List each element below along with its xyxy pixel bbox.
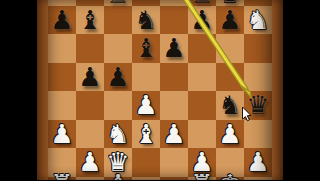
square-d4[interactable]: ♟	[132, 91, 160, 120]
piece-black-bishop[interactable]: ♝	[134, 35, 157, 61]
square-d6[interactable]: ♝	[132, 34, 160, 63]
square-a1[interactable]: ♜	[48, 177, 76, 181]
piece-white-king[interactable]: ♚	[218, 171, 241, 180]
square-g7[interactable]: ♟	[216, 6, 244, 35]
square-b1[interactable]	[76, 177, 104, 181]
square-h7[interactable]: ♞	[244, 6, 272, 35]
square-b2[interactable]: ♟	[76, 148, 104, 177]
square-a5[interactable]	[48, 63, 76, 92]
square-c8[interactable]: ♜	[104, 0, 132, 6]
piece-white-pawn[interactable]: ♟	[218, 121, 241, 147]
square-f7[interactable]: ♟	[188, 6, 216, 35]
square-f4[interactable]	[188, 91, 216, 120]
square-f3[interactable]	[188, 120, 216, 149]
square-h5[interactable]	[244, 63, 272, 92]
piece-white-pawn[interactable]: ♟	[246, 149, 269, 175]
square-e3[interactable]: ♟	[160, 120, 188, 149]
square-d3[interactable]: ♝	[132, 120, 160, 149]
square-h4[interactable]: ♛	[244, 91, 272, 120]
square-f8[interactable]: ♜	[188, 0, 216, 6]
square-e2[interactable]	[160, 148, 188, 177]
piece-black-pawn[interactable]: ♟	[78, 64, 101, 90]
square-b5[interactable]: ♟	[76, 63, 104, 92]
square-e7[interactable]	[160, 6, 188, 35]
square-c7[interactable]	[104, 6, 132, 35]
square-g1[interactable]: ♚	[216, 177, 244, 181]
piece-white-bishop[interactable]: ♝	[134, 121, 157, 147]
piece-black-rook[interactable]: ♜	[106, 0, 129, 7]
piece-black-knight[interactable]: ♞	[134, 7, 157, 33]
square-f1[interactable]: ♜	[188, 177, 216, 181]
square-h2[interactable]: ♟	[244, 148, 272, 177]
piece-black-rook[interactable]: ♜	[190, 0, 213, 7]
square-d5[interactable]	[132, 63, 160, 92]
piece-white-knight[interactable]: ♞	[106, 121, 129, 147]
square-h6[interactable]	[244, 34, 272, 63]
square-h1[interactable]	[244, 177, 272, 181]
square-f5[interactable]	[188, 63, 216, 92]
square-g6[interactable]	[216, 34, 244, 63]
square-h3[interactable]	[244, 120, 272, 149]
square-e4[interactable]	[160, 91, 188, 120]
piece-black-bishop[interactable]: ♝	[78, 7, 101, 33]
square-g4[interactable]: ♞	[216, 91, 244, 120]
square-e1[interactable]	[160, 177, 188, 181]
piece-black-pawn[interactable]: ♟	[50, 7, 73, 33]
square-b3[interactable]	[76, 120, 104, 149]
square-d7[interactable]: ♞	[132, 6, 160, 35]
square-b4[interactable]	[76, 91, 104, 120]
square-e6[interactable]: ♟	[160, 34, 188, 63]
piece-white-bishop[interactable]: ♝	[106, 171, 129, 180]
square-c3[interactable]: ♞	[104, 120, 132, 149]
square-c6[interactable]	[104, 34, 132, 63]
square-c1[interactable]: ♝	[104, 177, 132, 181]
square-a3[interactable]: ♟	[48, 120, 76, 149]
piece-white-pawn[interactable]: ♟	[78, 149, 101, 175]
square-b6[interactable]	[76, 34, 104, 63]
piece-black-queen[interactable]: ♛	[246, 92, 269, 118]
square-c4[interactable]	[104, 91, 132, 120]
square-a6[interactable]	[48, 34, 76, 63]
square-d2[interactable]	[132, 148, 160, 177]
square-d1[interactable]	[132, 177, 160, 181]
chess-video-frame: ♜♜♚♟♝♞♟♟♞♝♟♟♟♟♞♛♟♞♝♟♟♟♛♟♟♜♝♜♚	[0, 0, 320, 180]
square-g8[interactable]: ♚	[216, 0, 244, 6]
chess-board: ♜♜♚♟♝♞♟♟♞♝♟♟♟♟♞♛♟♞♝♟♟♟♛♟♟♜♝♜♚	[48, 0, 272, 180]
piece-white-pawn[interactable]: ♟	[50, 121, 73, 147]
square-a4[interactable]	[48, 91, 76, 120]
square-g5[interactable]	[216, 63, 244, 92]
piece-black-pawn[interactable]: ♟	[218, 7, 241, 33]
piece-white-rook[interactable]: ♜	[50, 171, 73, 180]
piece-white-pawn[interactable]: ♟	[162, 121, 185, 147]
piece-white-pawn[interactable]: ♟	[134, 92, 157, 118]
square-f6[interactable]	[188, 34, 216, 63]
square-a7[interactable]: ♟	[48, 6, 76, 35]
piece-black-knight[interactable]: ♞	[218, 92, 241, 118]
piece-white-rook[interactable]: ♜	[190, 171, 213, 180]
square-e5[interactable]	[160, 63, 188, 92]
square-g3[interactable]: ♟	[216, 120, 244, 149]
piece-black-pawn[interactable]: ♟	[106, 64, 129, 90]
piece-black-king[interactable]: ♚	[218, 0, 241, 7]
piece-black-pawn[interactable]: ♟	[190, 7, 213, 33]
piece-white-knight[interactable]: ♞	[246, 7, 269, 33]
square-b7[interactable]: ♝	[76, 6, 104, 35]
square-c5[interactable]: ♟	[104, 63, 132, 92]
piece-black-pawn[interactable]: ♟	[162, 35, 185, 61]
